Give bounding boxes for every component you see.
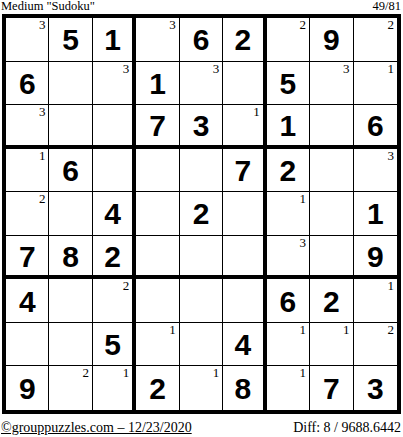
cell-r8c2[interactable] — [49, 323, 92, 367]
cell-r2c9[interactable]: 1 — [354, 62, 397, 106]
cell-value: 6 — [62, 156, 79, 186]
progress-counter: 49/81 — [373, 0, 403, 13]
pencil-mark: 3 — [213, 62, 220, 76]
pencil-mark: 3 — [39, 18, 46, 32]
cell-r1c2[interactable]: 5 — [49, 18, 92, 62]
cell-r8c1[interactable] — [6, 323, 49, 367]
cell-r9c7[interactable]: 1 — [267, 366, 310, 410]
pencil-mark: 1 — [387, 279, 394, 293]
pencil-mark: 1 — [387, 62, 394, 76]
pencil-mark: 3 — [169, 18, 176, 32]
cell-r1c3[interactable]: 1 — [93, 18, 136, 62]
cell-r2c7[interactable]: 5 — [267, 62, 310, 106]
cell-r2c6[interactable] — [223, 62, 266, 106]
pencil-mark: 3 — [343, 62, 350, 76]
cell-r1c4[interactable]: 3 — [136, 18, 179, 62]
cell-value: 1 — [367, 199, 384, 229]
cell-r5c9[interactable]: 1 — [354, 192, 397, 236]
pencil-mark: 1 — [300, 366, 307, 380]
cell-value: 1 — [280, 111, 297, 141]
cell-value: 5 — [280, 69, 297, 99]
pencil-mark: 1 — [123, 366, 130, 380]
cell-r5c3[interactable]: 4 — [93, 192, 136, 236]
copyright-link[interactable]: ©grouppuzzles.com – 12/23/2020 — [0, 419, 192, 437]
cell-r7c1[interactable]: 4 — [6, 279, 49, 323]
cell-r1c8[interactable]: 9 — [310, 18, 353, 62]
cell-r7c3[interactable]: 2 — [93, 279, 136, 323]
cell-value: 3 — [367, 374, 384, 404]
cell-r2c2[interactable] — [49, 62, 92, 106]
pencil-mark: 2 — [82, 366, 89, 380]
cell-r4c1[interactable]: 1 — [6, 149, 49, 193]
cell-r6c8[interactable] — [310, 236, 353, 280]
pencil-mark: 3 — [123, 62, 130, 76]
cell-r6c3[interactable]: 2 — [93, 236, 136, 280]
footer: ©grouppuzzles.com – 12/23/2020 Diff: 8 /… — [0, 416, 403, 437]
cell-r9c1[interactable]: 9 — [6, 366, 49, 410]
cell-r9c6[interactable]: 8 — [223, 366, 266, 410]
cell-r7c5[interactable] — [180, 279, 223, 323]
pencil-mark: 2 — [387, 323, 394, 337]
cell-r1c6[interactable]: 2 — [223, 18, 266, 62]
cell-value: 3 — [193, 111, 210, 141]
cell-value: 7 — [323, 374, 340, 404]
cell-value: 9 — [19, 374, 36, 404]
cell-r9c5[interactable]: 1 — [180, 366, 223, 410]
cell-r3c4[interactable]: 7 — [136, 105, 179, 149]
cell-r3c2[interactable] — [49, 105, 92, 149]
cell-value: 6 — [193, 25, 210, 55]
cell-r8c9[interactable]: 2 — [354, 323, 397, 367]
cell-value: 9 — [367, 242, 384, 272]
cell-r7c4[interactable] — [136, 279, 179, 323]
cell-value: 6 — [19, 69, 36, 99]
cell-r1c7[interactable]: 2 — [267, 18, 310, 62]
cell-r6c4[interactable] — [136, 236, 179, 280]
cell-r2c8[interactable]: 3 — [310, 62, 353, 106]
cell-r5c1[interactable]: 2 — [6, 192, 49, 236]
cell-r8c8[interactable]: 1 — [310, 323, 353, 367]
cell-r9c2[interactable]: 2 — [49, 366, 92, 410]
cell-r2c1[interactable]: 6 — [6, 62, 49, 106]
cell-r8c5[interactable] — [180, 323, 223, 367]
cell-r4c8[interactable] — [310, 149, 353, 193]
cell-r2c5[interactable]: 3 — [180, 62, 223, 106]
cell-r5c5[interactable]: 2 — [180, 192, 223, 236]
cell-r4c9[interactable]: 3 — [354, 149, 397, 193]
cell-r4c6[interactable]: 7 — [223, 149, 266, 193]
cell-r4c5[interactable] — [180, 149, 223, 193]
puzzle-title: Medium "Sudoku" — [0, 0, 95, 13]
cell-r1c1[interactable]: 3 — [6, 18, 49, 62]
cell-r6c9[interactable]: 9 — [354, 236, 397, 280]
pencil-mark: 2 — [123, 279, 130, 293]
cell-value: 7 — [235, 156, 252, 186]
cell-r3c5[interactable]: 3 — [180, 105, 223, 149]
pencil-mark: 1 — [169, 323, 176, 337]
cell-value: 8 — [235, 374, 252, 404]
cell-r7c8[interactable]: 2 — [310, 279, 353, 323]
cell-r6c2[interactable]: 8 — [49, 236, 92, 280]
pencil-mark: 1 — [253, 105, 260, 119]
cell-value: 8 — [62, 242, 79, 272]
cell-value: 2 — [235, 25, 252, 55]
cell-value: 4 — [19, 287, 36, 317]
cell-value: 1 — [149, 69, 166, 99]
cell-value: 6 — [280, 287, 297, 317]
cell-r5c7[interactable]: 1 — [267, 192, 310, 236]
cell-value: 6 — [367, 111, 384, 141]
cell-value: 2 — [323, 287, 340, 317]
cell-r4c2[interactable]: 6 — [49, 149, 92, 193]
sudoku-grid: 3513622926313531373116167232421178239426… — [2, 14, 401, 414]
cell-value: 5 — [104, 330, 121, 360]
cell-r9c3[interactable]: 1 — [93, 366, 136, 410]
cell-r5c4[interactable] — [136, 192, 179, 236]
cell-r2c3[interactable]: 3 — [93, 62, 136, 106]
pencil-mark: 2 — [387, 18, 394, 32]
pencil-mark: 1 — [39, 149, 46, 163]
pencil-mark: 3 — [39, 105, 46, 119]
cell-r8c3[interactable]: 5 — [93, 323, 136, 367]
cell-r5c8[interactable] — [310, 192, 353, 236]
cell-r6c1[interactable]: 7 — [6, 236, 49, 280]
cell-r6c6[interactable] — [223, 236, 266, 280]
cell-value: 1 — [104, 25, 121, 55]
pencil-mark: 1 — [343, 323, 350, 337]
pencil-mark: 2 — [300, 18, 307, 32]
pencil-mark: 1 — [300, 192, 307, 206]
cell-r3c1[interactable]: 3 — [6, 105, 49, 149]
cell-r4c3[interactable] — [93, 149, 136, 193]
cell-value: 7 — [149, 111, 166, 141]
difficulty-label: Diff: 8 / 9688.6442 — [293, 419, 403, 437]
cell-value: 2 — [149, 374, 166, 404]
cell-value: 2 — [280, 156, 297, 186]
cell-r9c4[interactable]: 2 — [136, 366, 179, 410]
cell-r7c7[interactable]: 6 — [267, 279, 310, 323]
cell-r9c9[interactable]: 3 — [354, 366, 397, 410]
cell-value: 2 — [193, 199, 210, 229]
pencil-mark: 1 — [300, 323, 307, 337]
cell-r7c9[interactable]: 1 — [354, 279, 397, 323]
cell-value: 2 — [104, 242, 121, 272]
pencil-mark: 3 — [300, 236, 307, 250]
cell-value: 4 — [104, 199, 121, 229]
cell-r3c8[interactable] — [310, 105, 353, 149]
cell-r3c7[interactable]: 1 — [267, 105, 310, 149]
cell-r8c6[interactable]: 4 — [223, 323, 266, 367]
cell-r5c2[interactable] — [49, 192, 92, 236]
cell-r2c4[interactable]: 1 — [136, 62, 179, 106]
pencil-mark: 1 — [213, 366, 220, 380]
cell-r8c4[interactable]: 1 — [136, 323, 179, 367]
pencil-mark: 2 — [39, 192, 46, 206]
cell-r5c6[interactable] — [223, 192, 266, 236]
cell-value: 4 — [235, 330, 252, 360]
cell-r3c9[interactable]: 6 — [354, 105, 397, 149]
cell-r3c3[interactable] — [93, 105, 136, 149]
cell-value: 9 — [323, 25, 340, 55]
cell-r6c7[interactable]: 3 — [267, 236, 310, 280]
cell-r7c6[interactable] — [223, 279, 266, 323]
cell-r3c6[interactable]: 1 — [223, 105, 266, 149]
pencil-mark: 3 — [387, 149, 394, 163]
cell-r1c5[interactable]: 6 — [180, 18, 223, 62]
header: Medium "Sudoku" 49/81 — [0, 0, 403, 14]
cell-r1c9[interactable]: 2 — [354, 18, 397, 62]
cell-r6c5[interactable] — [180, 236, 223, 280]
cell-value: 7 — [19, 242, 36, 272]
cell-value: 5 — [62, 25, 79, 55]
cell-r8c7[interactable]: 1 — [267, 323, 310, 367]
cell-r7c2[interactable] — [49, 279, 92, 323]
cell-r4c7[interactable]: 2 — [267, 149, 310, 193]
cell-r9c8[interactable]: 7 — [310, 366, 353, 410]
cell-r4c4[interactable] — [136, 149, 179, 193]
